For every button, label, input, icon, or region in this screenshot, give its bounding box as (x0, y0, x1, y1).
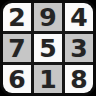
cell-r1c1: 5 (34, 34, 62, 62)
cell-r1c0: 7 (3, 34, 31, 62)
cell-r0c0: 2 (3, 3, 31, 31)
cell-r0c2: 4 (65, 3, 93, 31)
cell-r1c2: 3 (65, 34, 93, 62)
cell-r2c2: 8 (65, 65, 93, 93)
cell-r0c1: 9 (34, 3, 62, 31)
puzzle-grid: 2 9 4 7 5 3 6 1 8 (3, 3, 93, 93)
magic-square-app-icon[interactable]: 2 9 4 7 5 3 6 1 8 (0, 0, 96, 96)
cell-r2c0: 6 (3, 65, 31, 93)
cell-r2c1: 1 (34, 65, 62, 93)
